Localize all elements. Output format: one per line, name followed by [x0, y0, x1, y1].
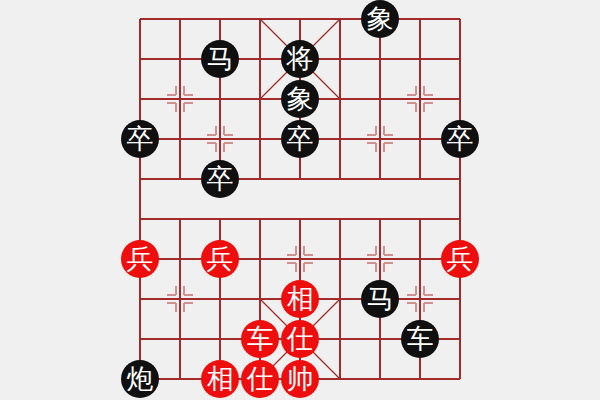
- piece-black-general[interactable]: 将: [281, 40, 319, 78]
- piece-black-elephant[interactable]: 象: [361, 0, 399, 38]
- piece-black-soldier[interactable]: 卒: [121, 120, 159, 158]
- piece-red-soldier[interactable]: 兵: [201, 240, 239, 278]
- piece-black-horse[interactable]: 马: [361, 280, 399, 318]
- piece-black-soldier[interactable]: 卒: [441, 120, 479, 158]
- piece-red-advisor[interactable]: 仕: [281, 320, 319, 358]
- piece-red-advisor[interactable]: 仕: [241, 360, 279, 398]
- piece-black-soldier[interactable]: 卒: [201, 160, 239, 198]
- piece-black-chariot[interactable]: 车: [401, 320, 439, 358]
- piece-black-elephant[interactable]: 象: [281, 80, 319, 118]
- piece-black-horse[interactable]: 马: [201, 40, 239, 78]
- xiangqi-board: 象马将象卒卒卒卒兵兵兵相马车仕车炮相仕帅: [0, 0, 600, 400]
- piece-black-soldier[interactable]: 卒: [281, 120, 319, 158]
- piece-red-elephant[interactable]: 相: [281, 280, 319, 318]
- piece-black-cannon[interactable]: 炮: [121, 360, 159, 398]
- piece-red-chariot[interactable]: 车: [241, 320, 279, 358]
- piece-red-soldier[interactable]: 兵: [441, 240, 479, 278]
- piece-layer: 象马将象卒卒卒卒兵兵兵相马车仕车炮相仕帅: [120, 0, 480, 399]
- piece-red-soldier[interactable]: 兵: [121, 240, 159, 278]
- piece-red-elephant[interactable]: 相: [201, 360, 239, 398]
- piece-red-general[interactable]: 帅: [281, 360, 319, 398]
